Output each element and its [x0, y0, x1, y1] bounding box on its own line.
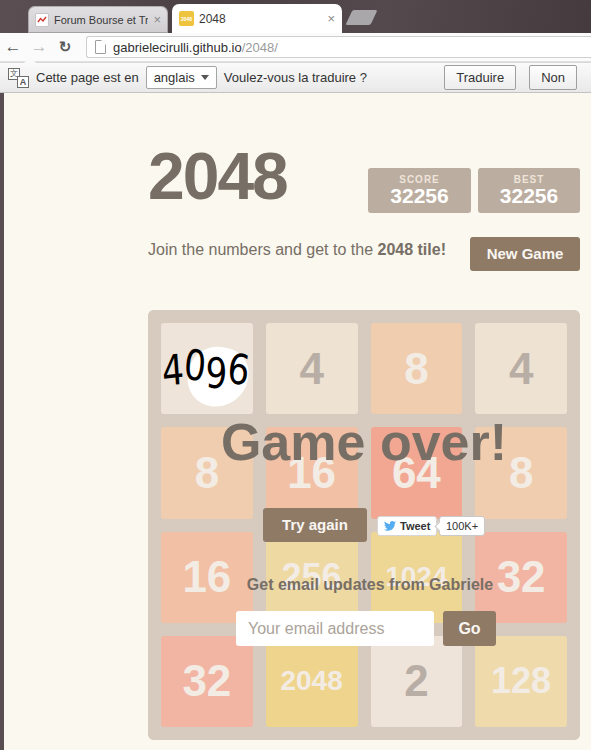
email-input[interactable] [236, 611, 434, 646]
browser-window: Forum Bourse et Trading × 2048 2048 × ← … [0, 0, 591, 750]
reload-icon[interactable]: ↻ [52, 38, 78, 56]
tab-2048[interactable]: 2048 2048 × [172, 4, 342, 33]
browser-toolbar: ← → ↻ gabrielecirulli.github.io/2048/ [0, 33, 591, 62]
twitter-bird-icon [384, 520, 396, 532]
game-over-layer: 4 0 9 6 Game over! Try again Tweet 100K+… [148, 310, 580, 740]
translate-icon: 文 A [8, 68, 29, 88]
language-dropdown[interactable]: anglais [146, 66, 217, 89]
tab-title: 2048 [199, 12, 322, 26]
page-icon [95, 40, 106, 54]
tab-close-icon[interactable]: × [327, 12, 335, 25]
translate-button[interactable]: Traduire [444, 65, 516, 90]
tab-title: Forum Bourse et Trading [54, 14, 148, 26]
subtitle: Join the numbers and get to the 2048 til… [148, 241, 446, 259]
translate-infobar: 文 A Cette page est en anglais Voulez-vou… [0, 62, 591, 93]
no-button[interactable]: Non [529, 65, 577, 90]
game-over-message: Game over! [148, 412, 580, 472]
forward-icon[interactable]: → [26, 37, 52, 57]
page-2048: 2048 SCORE 32256 BEST 32256 Join the num… [0, 93, 591, 750]
email-heading: Get email updates from Gabriele [154, 576, 586, 594]
best-box: BEST 32256 [478, 168, 580, 213]
tweet-count-badge[interactable]: 100K+ [439, 516, 485, 536]
back-icon[interactable]: ← [0, 37, 26, 57]
tab-forum-bourse[interactable]: Forum Bourse et Trading × [28, 6, 168, 33]
new-game-button[interactable]: New Game [470, 237, 580, 271]
browser-titlebar: Forum Bourse et Trading × 2048 2048 × [0, 0, 591, 33]
best-value: 32256 [478, 185, 580, 207]
score-value: 32256 [368, 185, 471, 207]
try-again-button[interactable]: Try again [263, 508, 367, 542]
page-title: 2048 [148, 138, 287, 214]
tweet-button[interactable]: Tweet [377, 516, 437, 536]
infobar-notch [24, 57, 36, 63]
go-button[interactable]: Go [443, 611, 496, 646]
url-text: gabrielecirulli.github.io/2048/ [113, 40, 278, 55]
url-host: gabrielecirulli.github.io [113, 40, 242, 55]
score-box: SCORE 32256 [368, 168, 471, 213]
translate-question: Voulez-vous la traduire ? [224, 70, 367, 85]
url-path: /2048/ [242, 40, 278, 55]
handwritten-digits: 4 0 9 6 [162, 350, 250, 392]
chart-favicon-icon [35, 13, 49, 27]
2048-favicon-icon: 2048 [179, 11, 194, 26]
address-bar[interactable]: gabrielecirulli.github.io/2048/ [86, 36, 591, 58]
tab-close-icon[interactable]: × [153, 13, 161, 26]
new-tab-button[interactable] [346, 10, 378, 25]
chevron-down-icon [201, 75, 209, 80]
handwritten-4096-annotation: 4 0 9 6 [162, 342, 252, 417]
translate-message: Cette page est en [36, 70, 139, 85]
